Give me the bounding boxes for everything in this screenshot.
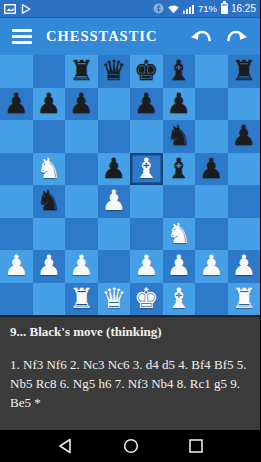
square-c6[interactable]: [65, 120, 98, 153]
square-e8[interactable]: ♚: [130, 55, 163, 88]
redo-icon[interactable]: [226, 29, 248, 45]
white-bishop: ♝: [134, 153, 159, 186]
game-status-text: 9... Black's move (thinking): [10, 324, 250, 340]
square-a7[interactable]: ♟: [0, 88, 33, 121]
square-d3[interactable]: [98, 218, 131, 251]
battery-percent: 71%: [198, 3, 217, 14]
black-pawn: ♟: [166, 88, 191, 121]
white-rook: ♜: [69, 283, 94, 316]
square-h4[interactable]: [228, 185, 261, 218]
square-c4[interactable]: [65, 185, 98, 218]
black-bishop: ♝: [166, 55, 191, 88]
square-d2[interactable]: [98, 250, 131, 283]
status-bar: 71% 16:25: [0, 0, 260, 18]
white-pawn: ♟: [134, 250, 159, 283]
bluetooth-icon: [153, 3, 164, 14]
square-f7[interactable]: ♟: [163, 88, 196, 121]
phone-screen: 71% 16:25 CHESSTASTIC ♜♛♚♝♜♟♟♟♟♟♞♟♞♟♝♝♟♞…: [0, 0, 260, 462]
signal-icon: [183, 4, 195, 14]
square-c7[interactable]: ♟: [65, 88, 98, 121]
square-f5[interactable]: ♝: [163, 153, 196, 186]
black-king: ♚: [134, 55, 159, 88]
square-c1[interactable]: ♜: [65, 283, 98, 316]
square-h1[interactable]: ♜: [228, 283, 261, 316]
black-pawn: ♟: [69, 88, 94, 121]
square-a4[interactable]: [0, 185, 33, 218]
white-king: ♚: [134, 283, 159, 316]
clock: 16:25: [231, 3, 256, 14]
square-d5[interactable]: ♟: [98, 153, 131, 186]
black-knight: ♞: [36, 185, 61, 218]
square-g4[interactable]: [195, 185, 228, 218]
square-b6[interactable]: [33, 120, 66, 153]
home-icon[interactable]: [123, 438, 139, 454]
black-pawn: ♟: [4, 88, 29, 121]
square-g8[interactable]: [195, 55, 228, 88]
square-e2[interactable]: ♟: [130, 250, 163, 283]
square-e1[interactable]: ♚: [130, 283, 163, 316]
black-queen: ♛: [101, 55, 126, 88]
white-knight: ♞: [166, 218, 191, 251]
square-a3[interactable]: [0, 218, 33, 251]
black-pawn: ♟: [231, 120, 256, 153]
battery-icon: [221, 3, 228, 14]
square-a5[interactable]: [0, 153, 33, 186]
square-h8[interactable]: ♜: [228, 55, 261, 88]
white-pawn: ♟: [231, 250, 256, 283]
square-a2[interactable]: ♟: [0, 250, 33, 283]
status-right-icons: 71% 16:25: [153, 3, 256, 14]
android-nav-bar: [0, 430, 260, 462]
square-f6[interactable]: ♞: [163, 120, 196, 153]
chess-board: ♜♛♚♝♜♟♟♟♟♟♞♟♞♟♝♝♟♞♟♞♟♟♟♟♟♟♟♜♛♚♝♜: [0, 55, 260, 315]
square-c2[interactable]: ♟: [65, 250, 98, 283]
square-g6[interactable]: [195, 120, 228, 153]
undo-icon[interactable]: [190, 29, 212, 45]
square-h3[interactable]: [228, 218, 261, 251]
back-icon[interactable]: [57, 438, 74, 454]
square-d1[interactable]: ♛: [98, 283, 131, 316]
square-b1[interactable]: [33, 283, 66, 316]
square-h5[interactable]: [228, 153, 261, 186]
square-e6[interactable]: [130, 120, 163, 153]
square-b8[interactable]: [33, 55, 66, 88]
square-c5[interactable]: [65, 153, 98, 186]
square-b4[interactable]: ♞: [33, 185, 66, 218]
screenshot-icon: [4, 4, 16, 14]
square-d8[interactable]: ♛: [98, 55, 131, 88]
square-g3[interactable]: [195, 218, 228, 251]
square-a8[interactable]: [0, 55, 33, 88]
square-e3[interactable]: [130, 218, 163, 251]
black-rook: ♜: [231, 55, 256, 88]
square-e5[interactable]: ♝: [130, 153, 163, 186]
square-b7[interactable]: ♟: [33, 88, 66, 121]
square-e4[interactable]: [130, 185, 163, 218]
white-knight: ♞: [36, 153, 61, 186]
wifi-icon: [167, 4, 180, 14]
square-b2[interactable]: ♟: [33, 250, 66, 283]
black-bishop: ♝: [166, 153, 191, 186]
app-bar: CHESSTASTIC: [0, 18, 260, 55]
square-b3[interactable]: [33, 218, 66, 251]
black-knight: ♞: [166, 120, 191, 153]
square-h6[interactable]: ♟: [228, 120, 261, 153]
white-pawn: ♟: [69, 250, 94, 283]
white-queen: ♛: [101, 283, 126, 316]
square-f8[interactable]: ♝: [163, 55, 196, 88]
square-d4[interactable]: ♟: [98, 185, 131, 218]
square-c3[interactable]: [65, 218, 98, 251]
black-pawn: ♟: [134, 88, 159, 121]
square-f1[interactable]: ♝: [163, 283, 196, 316]
white-pawn: ♟: [4, 250, 29, 283]
square-a6[interactable]: [0, 120, 33, 153]
status-left-icons: [4, 4, 31, 14]
square-g7[interactable]: [195, 88, 228, 121]
black-rook: ♜: [69, 55, 94, 88]
move-list: 1. Nf3 Nf6 2. Nc3 Nc6 3. d4 d5 4. Bf4 Bf…: [10, 355, 250, 412]
app-title: CHESSTASTIC: [46, 28, 157, 45]
square-g5[interactable]: ♟: [195, 153, 228, 186]
white-rook: ♜: [231, 283, 256, 316]
square-a1[interactable]: [0, 283, 33, 316]
square-h2[interactable]: ♟: [228, 250, 261, 283]
white-bishop: ♝: [166, 283, 191, 316]
black-pawn: ♟: [101, 153, 126, 186]
square-e7[interactable]: ♟: [130, 88, 163, 121]
play-icon: [21, 4, 31, 14]
square-f4[interactable]: [163, 185, 196, 218]
square-d6[interactable]: [98, 120, 131, 153]
square-b5[interactable]: ♞: [33, 153, 66, 186]
square-c8[interactable]: ♜: [65, 55, 98, 88]
white-pawn: ♟: [166, 250, 191, 283]
black-pawn: ♟: [199, 153, 224, 186]
recents-icon[interactable]: [188, 438, 204, 454]
white-pawn: ♟: [101, 185, 126, 218]
square-f2[interactable]: ♟: [163, 250, 196, 283]
square-g1[interactable]: [195, 283, 228, 316]
white-pawn: ♟: [199, 250, 224, 283]
menu-icon[interactable]: [12, 29, 32, 44]
move-panel: 9... Black's move (thinking) 1. Nf3 Nf6 …: [0, 315, 260, 430]
black-pawn: ♟: [36, 88, 61, 121]
square-g2[interactable]: ♟: [195, 250, 228, 283]
square-d7[interactable]: [98, 88, 131, 121]
white-pawn: ♟: [36, 250, 61, 283]
square-h7[interactable]: [228, 88, 261, 121]
square-f3[interactable]: ♞: [163, 218, 196, 251]
